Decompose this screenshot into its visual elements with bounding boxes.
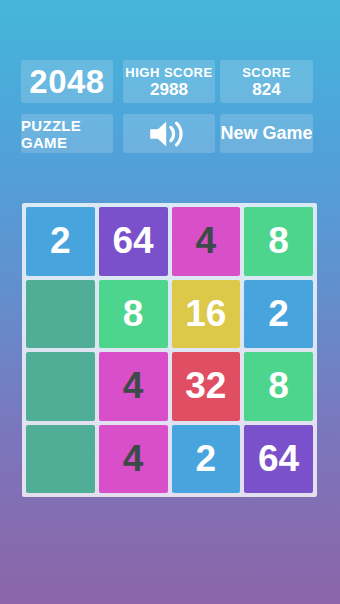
tile-8: 8 [244, 207, 313, 276]
tile-16: 16 [172, 280, 241, 349]
game-screen: 2048 HIGH SCORE 2988 SCORE 824 PUZZLE GA… [0, 0, 340, 604]
tile-8: 8 [244, 352, 313, 421]
tile-64: 64 [99, 207, 168, 276]
high-score-label: HIGH SCORE [125, 65, 212, 80]
empty-cell [26, 425, 95, 494]
tile-8: 8 [99, 280, 168, 349]
score-value: 824 [252, 80, 280, 99]
tile-2: 2 [172, 425, 241, 494]
tile-2: 2 [244, 280, 313, 349]
sound-toggle-button[interactable] [123, 114, 215, 153]
new-game-button[interactable]: New Game [220, 114, 313, 153]
subtitle-label: PUZZLE GAME [21, 117, 113, 151]
tile-64: 64 [244, 425, 313, 494]
high-score-panel: HIGH SCORE 2988 [123, 60, 215, 103]
app-title-panel: 2048 [21, 60, 113, 103]
high-score-value: 2988 [150, 80, 188, 99]
empty-cell [26, 352, 95, 421]
subtitle-panel: PUZZLE GAME [21, 114, 113, 153]
tile-4: 4 [99, 352, 168, 421]
empty-cell [26, 280, 95, 349]
tile-2: 2 [26, 207, 95, 276]
new-game-label: New Game [220, 123, 312, 144]
tile-4: 4 [99, 425, 168, 494]
tile-32: 32 [172, 352, 241, 421]
board[interactable]: 26448816243284264 [22, 203, 317, 497]
tile-4: 4 [172, 207, 241, 276]
score-label: SCORE [242, 65, 291, 80]
score-panel: SCORE 824 [220, 60, 313, 103]
app-title: 2048 [29, 63, 104, 101]
speaker-on-icon [148, 119, 190, 149]
